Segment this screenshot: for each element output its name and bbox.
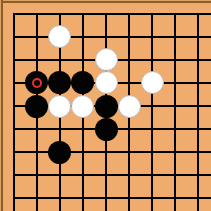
intersection[interactable] (187, 164, 210, 187)
intersection[interactable] (71, 118, 94, 141)
go-board (0, 0, 211, 211)
intersection[interactable] (2, 2, 25, 25)
intersection[interactable] (164, 164, 187, 187)
intersection[interactable] (2, 141, 25, 164)
intersection[interactable] (94, 2, 117, 25)
intersection[interactable] (48, 164, 71, 187)
intersection[interactable] (118, 2, 141, 25)
board-frame-top (0, 0, 211, 3)
white-stone (118, 95, 141, 118)
intersection[interactable] (118, 71, 141, 94)
black-stone (48, 71, 71, 94)
intersection[interactable] (71, 71, 94, 94)
intersection[interactable] (164, 141, 187, 164)
intersection[interactable] (2, 71, 25, 94)
intersection[interactable] (71, 25, 94, 48)
intersection[interactable] (25, 2, 48, 25)
board-frame-left (0, 0, 3, 211)
circle-marker-icon (32, 78, 42, 88)
intersection[interactable] (164, 187, 187, 210)
intersection[interactable] (141, 141, 164, 164)
white-stone (141, 71, 164, 94)
intersection[interactable] (25, 187, 48, 210)
white-stone (95, 71, 118, 94)
intersection[interactable] (48, 118, 71, 141)
intersection[interactable] (141, 164, 164, 187)
intersection[interactable] (25, 118, 48, 141)
intersection[interactable] (94, 48, 117, 71)
intersection[interactable] (187, 2, 210, 25)
white-stone (48, 25, 71, 48)
intersection[interactable] (187, 48, 210, 71)
intersection[interactable] (187, 94, 210, 117)
intersection[interactable] (118, 118, 141, 141)
intersection[interactable] (118, 164, 141, 187)
intersection[interactable] (94, 141, 117, 164)
intersection[interactable] (164, 25, 187, 48)
intersection[interactable] (164, 71, 187, 94)
intersection[interactable] (118, 48, 141, 71)
intersection[interactable] (141, 2, 164, 25)
intersection[interactable] (71, 2, 94, 25)
intersection[interactable] (71, 164, 94, 187)
intersection[interactable] (118, 25, 141, 48)
intersection[interactable] (118, 187, 141, 210)
intersection[interactable] (71, 94, 94, 117)
white-stone (48, 95, 71, 118)
intersection[interactable] (164, 2, 187, 25)
intersection[interactable] (141, 187, 164, 210)
intersection[interactable] (48, 141, 71, 164)
intersection[interactable] (25, 25, 48, 48)
intersection[interactable] (2, 187, 25, 210)
intersection[interactable] (25, 71, 48, 94)
intersection[interactable] (71, 141, 94, 164)
intersection[interactable] (187, 187, 210, 210)
intersection[interactable] (48, 25, 71, 48)
intersection[interactable] (187, 71, 210, 94)
black-stone (95, 95, 118, 118)
intersection[interactable] (141, 48, 164, 71)
intersection[interactable] (94, 187, 117, 210)
intersection[interactable] (94, 71, 117, 94)
intersection[interactable] (48, 48, 71, 71)
intersection[interactable] (25, 94, 48, 117)
intersection[interactable] (141, 118, 164, 141)
intersection[interactable] (25, 141, 48, 164)
intersection[interactable] (164, 118, 187, 141)
intersection[interactable] (187, 25, 210, 48)
black-stone (95, 118, 118, 141)
intersection[interactable] (48, 71, 71, 94)
intersection[interactable] (141, 71, 164, 94)
intersection[interactable] (141, 25, 164, 48)
intersection[interactable] (164, 48, 187, 71)
black-stone (25, 95, 48, 118)
black-stone (48, 141, 71, 164)
intersection[interactable] (118, 94, 141, 117)
intersection[interactable] (187, 118, 210, 141)
intersection[interactable] (2, 164, 25, 187)
intersection[interactable] (94, 25, 117, 48)
intersection[interactable] (118, 141, 141, 164)
intersection[interactable] (2, 48, 25, 71)
intersection[interactable] (2, 94, 25, 117)
black-stone (71, 71, 94, 94)
intersection[interactable] (48, 187, 71, 210)
intersection[interactable] (187, 141, 210, 164)
white-stone (71, 95, 94, 118)
intersection[interactable] (94, 94, 117, 117)
intersection[interactable] (48, 94, 71, 117)
black-stone (25, 71, 48, 94)
intersection[interactable] (141, 94, 164, 117)
intersection[interactable] (48, 2, 71, 25)
intersection[interactable] (164, 94, 187, 117)
intersection[interactable] (71, 48, 94, 71)
white-stone (95, 48, 118, 71)
intersection[interactable] (2, 118, 25, 141)
intersection[interactable] (94, 118, 117, 141)
intersection[interactable] (94, 164, 117, 187)
intersection[interactable] (25, 164, 48, 187)
intersection-grid (2, 2, 210, 210)
intersection[interactable] (71, 187, 94, 210)
intersection[interactable] (2, 25, 25, 48)
intersection[interactable] (25, 48, 48, 71)
